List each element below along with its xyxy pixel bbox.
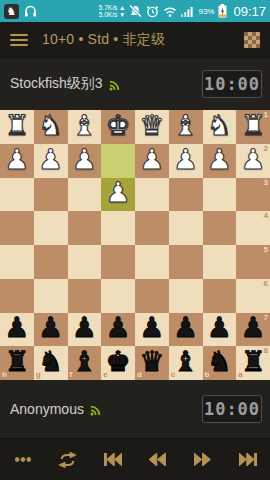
rank-label-1: 1 <box>264 111 268 119</box>
rank-label-4: 4 <box>264 212 268 220</box>
white-queen-d1[interactable]: ♛ <box>139 112 164 140</box>
square-g4[interactable] <box>34 211 68 245</box>
square-e6[interactable] <box>101 279 135 313</box>
black-pawn-g7[interactable]: ♟ <box>38 314 63 342</box>
square-b5[interactable] <box>203 245 237 279</box>
square-b1[interactable]: ♞ <box>203 110 237 144</box>
step-back-button[interactable] <box>135 439 180 480</box>
rank-label-6: 6 <box>264 280 268 288</box>
player-bar-top: Stockfish级别3 10:00 <box>0 58 270 110</box>
square-c6[interactable] <box>169 279 203 313</box>
white-rook-h1[interactable]: ♜ <box>4 112 29 140</box>
square-g8[interactable]: ♞g <box>34 346 68 380</box>
square-a1[interactable]: ♜1 <box>236 110 270 144</box>
square-e4[interactable] <box>101 211 135 245</box>
square-h4[interactable] <box>0 211 34 245</box>
chess-board[interactable]: ♜♞♝♚♛♝♞♜1♟♟♟♟♟♟♟2♟3456♟♟♟♟♟♟♟♟7♜h♞g♝f♚e♛… <box>0 110 270 380</box>
white-bishop-c1[interactable]: ♝ <box>173 112 198 140</box>
square-d2[interactable]: ♟ <box>135 144 169 178</box>
white-king-e1[interactable]: ♚ <box>106 112 131 140</box>
online-rss-icon <box>109 80 120 91</box>
black-king-e8[interactable]: ♚ <box>106 348 131 376</box>
square-b2[interactable]: ♟ <box>203 144 237 178</box>
clock-top: 10:00 <box>202 70 262 98</box>
square-g6[interactable] <box>34 279 68 313</box>
square-h1[interactable]: ♜ <box>0 110 34 144</box>
flip-board-button[interactable] <box>45 439 90 480</box>
square-g5[interactable] <box>34 245 68 279</box>
black-bishop-f8[interactable]: ♝ <box>72 348 97 376</box>
white-pawn-h2[interactable]: ♟ <box>4 146 29 174</box>
player-name-top: Stockfish级别3 <box>10 75 103 93</box>
black-pawn-e7[interactable]: ♟ <box>106 314 131 342</box>
square-d4[interactable] <box>135 211 169 245</box>
square-a8[interactable]: ♜8a <box>236 346 270 380</box>
square-h8[interactable]: ♜h <box>0 346 34 380</box>
square-b8[interactable]: ♞b <box>203 346 237 380</box>
black-pawn-c7[interactable]: ♟ <box>173 314 198 342</box>
black-knight-g8[interactable]: ♞ <box>38 348 63 376</box>
square-d6[interactable] <box>135 279 169 313</box>
square-g7[interactable]: ♟ <box>34 313 68 347</box>
square-h2[interactable]: ♟ <box>0 144 34 178</box>
square-h3[interactable] <box>0 178 34 212</box>
white-bishop-f1[interactable]: ♝ <box>72 112 97 140</box>
battery-icon <box>218 4 227 18</box>
square-f4[interactable] <box>68 211 102 245</box>
black-pawn-h7[interactable]: ♟ <box>4 314 29 342</box>
square-d8[interactable]: ♛d <box>135 346 169 380</box>
square-c7[interactable]: ♟ <box>169 313 203 347</box>
square-a5[interactable]: 5 <box>236 245 270 279</box>
square-b6[interactable] <box>203 279 237 313</box>
square-g3[interactable] <box>34 178 68 212</box>
white-knight-b1[interactable]: ♞ <box>207 112 232 140</box>
game-title: 10+0 • Std • 非定级 <box>42 31 230 49</box>
white-pawn-g2[interactable]: ♟ <box>38 146 63 174</box>
square-f7[interactable]: ♟ <box>68 313 102 347</box>
square-c4[interactable] <box>169 211 203 245</box>
square-g2[interactable]: ♟ <box>34 144 68 178</box>
bottom-toolbar <box>0 438 270 480</box>
square-f1[interactable]: ♝ <box>68 110 102 144</box>
file-label-g: g <box>36 371 41 379</box>
square-e1[interactable]: ♚ <box>101 110 135 144</box>
clock-bottom: 10:00 <box>202 395 262 423</box>
white-pawn-b2[interactable]: ♟ <box>207 146 232 174</box>
square-f2[interactable]: ♟ <box>68 144 102 178</box>
ellipsis-menu-button[interactable] <box>0 439 45 480</box>
white-pawn-e3[interactable]: ♟ <box>106 179 131 207</box>
white-rook-a1[interactable]: ♜ <box>241 112 266 140</box>
clock-time: 09:17 <box>233 4 266 19</box>
square-d5[interactable] <box>135 245 169 279</box>
square-a4[interactable]: 4 <box>236 211 270 245</box>
square-b3[interactable] <box>203 178 237 212</box>
square-a2[interactable]: ♟2 <box>236 144 270 178</box>
square-g1[interactable]: ♞ <box>34 110 68 144</box>
square-e8[interactable]: ♚e <box>101 346 135 380</box>
square-c1[interactable]: ♝ <box>169 110 203 144</box>
alarm-icon <box>146 5 159 18</box>
square-a6[interactable]: 6 <box>236 279 270 313</box>
black-pawn-a7[interactable]: ♟ <box>241 314 266 342</box>
file-label-c: c <box>171 371 175 379</box>
skip-to-start-button[interactable] <box>90 439 135 480</box>
square-h5[interactable] <box>0 245 34 279</box>
square-h6[interactable] <box>0 279 34 313</box>
square-c2[interactable]: ♟ <box>169 144 203 178</box>
app-bar: 10+0 • Std • 非定级 <box>0 22 270 58</box>
square-e2[interactable] <box>101 144 135 178</box>
rank-label-3: 3 <box>264 179 268 187</box>
status-bar: ♞ 5.7K/s ▲ 5.0K/s ▼ <box>0 0 270 22</box>
square-a3[interactable]: 3 <box>236 178 270 212</box>
square-d1[interactable]: ♛ <box>135 110 169 144</box>
rank-label-5: 5 <box>264 246 268 254</box>
black-pawn-b7[interactable]: ♟ <box>207 314 232 342</box>
square-c3[interactable] <box>169 178 203 212</box>
square-b4[interactable] <box>203 211 237 245</box>
menu-hamburger-icon[interactable] <box>10 34 28 46</box>
file-label-e: e <box>103 371 107 379</box>
network-speed: 5.7K/s ▲ 5.0K/s ▼ <box>99 4 126 19</box>
square-e7[interactable]: ♟ <box>101 313 135 347</box>
black-rook-h8[interactable]: ♜ <box>4 348 29 376</box>
square-f3[interactable] <box>68 178 102 212</box>
white-pawn-c2[interactable]: ♟ <box>173 146 198 174</box>
square-d3[interactable] <box>135 178 169 212</box>
black-pawn-f7[interactable]: ♟ <box>72 314 97 342</box>
headphones-icon <box>24 5 37 17</box>
square-b7[interactable]: ♟ <box>203 313 237 347</box>
square-d7[interactable]: ♟ <box>135 313 169 347</box>
skip-to-end-button[interactable] <box>225 439 270 480</box>
black-rook-a8[interactable]: ♜ <box>241 348 266 376</box>
file-label-h: h <box>2 371 7 379</box>
square-c8[interactable]: ♝c <box>169 346 203 380</box>
file-label-b: b <box>205 371 210 379</box>
battery-percent: 93% <box>198 7 214 16</box>
file-label-a: a <box>238 371 242 379</box>
player-name-bottom: Anonymous <box>10 401 84 417</box>
rank-label-7: 7 <box>264 314 268 322</box>
player-bar-bottom: Anonymous 10:00 <box>0 380 270 438</box>
square-e3[interactable]: ♟ <box>101 178 135 212</box>
signal-icon <box>181 6 194 17</box>
black-bishop-c8[interactable]: ♝ <box>173 348 198 376</box>
black-queen-d8[interactable]: ♛ <box>139 348 164 376</box>
board-menu-icon[interactable] <box>244 32 260 48</box>
square-e5[interactable] <box>101 245 135 279</box>
rank-label-8: 8 <box>264 347 268 355</box>
file-label-d: d <box>137 371 142 379</box>
white-pawn-f2[interactable]: ♟ <box>72 146 97 174</box>
white-knight-g1[interactable]: ♞ <box>38 112 63 140</box>
online-rss-icon <box>90 405 101 416</box>
wifi-icon <box>163 6 177 17</box>
black-knight-b8[interactable]: ♞ <box>207 348 232 376</box>
black-pawn-d7[interactable]: ♟ <box>139 314 164 342</box>
square-h7[interactable]: ♟ <box>0 313 34 347</box>
notification-app-icon: ♞ <box>4 4 19 19</box>
square-c5[interactable] <box>169 245 203 279</box>
step-forward-button[interactable] <box>180 439 225 480</box>
file-label-f: f <box>70 371 73 379</box>
square-f6[interactable] <box>68 279 102 313</box>
square-a7[interactable]: ♟7 <box>236 313 270 347</box>
square-f5[interactable] <box>68 245 102 279</box>
phone-screen: ♞ 5.7K/s ▲ 5.0K/s ▼ <box>0 0 270 480</box>
white-pawn-d2[interactable]: ♟ <box>139 146 164 174</box>
mute-icon <box>129 5 142 17</box>
white-pawn-a2[interactable]: ♟ <box>241 146 266 174</box>
square-f8[interactable]: ♝f <box>68 346 102 380</box>
rank-label-2: 2 <box>264 145 268 153</box>
